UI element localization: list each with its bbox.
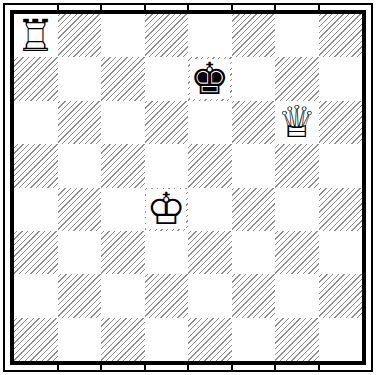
square-h8[interactable] (319, 14, 363, 57)
square-e6[interactable] (188, 101, 232, 144)
square-d7[interactable] (145, 57, 189, 100)
square-b4[interactable] (58, 188, 102, 231)
frame-tick (318, 365, 320, 370)
square-e4[interactable] (188, 188, 232, 231)
frame-tick (231, 365, 233, 370)
square-g3[interactable] (275, 231, 319, 274)
square-c5[interactable] (101, 144, 145, 187)
piece-white-king-d4[interactable]: ♔ (146, 189, 186, 229)
square-b1[interactable] (58, 318, 102, 361)
square-h6[interactable] (319, 101, 363, 144)
square-h5[interactable] (319, 144, 363, 187)
square-a5[interactable] (14, 144, 58, 187)
inner-frame: ♖♚♕♔ (10, 10, 366, 365)
square-a7[interactable] (14, 57, 58, 100)
square-b2[interactable] (58, 274, 102, 317)
square-h7[interactable] (319, 57, 363, 100)
square-a3[interactable] (14, 231, 58, 274)
square-b6[interactable] (58, 101, 102, 144)
square-g1[interactable] (275, 318, 319, 361)
square-a2[interactable] (14, 274, 58, 317)
square-e2[interactable] (188, 274, 232, 317)
square-b7[interactable] (58, 57, 102, 100)
square-c2[interactable] (101, 274, 145, 317)
square-f8[interactable] (232, 14, 276, 57)
square-d2[interactable] (145, 274, 189, 317)
square-f2[interactable] (232, 274, 276, 317)
square-f5[interactable] (232, 144, 276, 187)
square-h4[interactable] (319, 188, 363, 231)
square-d8[interactable] (145, 14, 189, 57)
square-d3[interactable] (145, 231, 189, 274)
square-d1[interactable] (145, 318, 189, 361)
square-a8[interactable]: ♖ (14, 14, 58, 57)
square-b5[interactable] (58, 144, 102, 187)
frame-tick (274, 365, 276, 370)
square-f4[interactable] (232, 188, 276, 231)
square-h1[interactable] (319, 318, 363, 361)
frame-tick (144, 365, 146, 370)
square-c3[interactable] (101, 231, 145, 274)
square-f1[interactable] (232, 318, 276, 361)
square-g6[interactable]: ♕ (275, 101, 319, 144)
square-c8[interactable] (101, 14, 145, 57)
square-c7[interactable] (101, 57, 145, 100)
piece-white-rook-a8[interactable]: ♖ (16, 16, 56, 56)
square-e8[interactable] (188, 14, 232, 57)
square-g5[interactable] (275, 144, 319, 187)
square-e5[interactable] (188, 144, 232, 187)
square-f6[interactable] (232, 101, 276, 144)
square-g4[interactable] (275, 188, 319, 231)
square-c4[interactable] (101, 188, 145, 231)
square-b8[interactable] (58, 14, 102, 57)
square-a1[interactable] (14, 318, 58, 361)
square-h2[interactable] (319, 274, 363, 317)
square-g2[interactable] (275, 274, 319, 317)
square-g8[interactable] (275, 14, 319, 57)
square-d5[interactable] (145, 144, 189, 187)
frame-tick (100, 365, 102, 370)
square-f7[interactable] (232, 57, 276, 100)
piece-black-king-e7[interactable]: ♚ (190, 59, 230, 99)
square-c1[interactable] (101, 318, 145, 361)
chess-board: ♖♚♕♔ (14, 14, 362, 361)
square-b3[interactable] (58, 231, 102, 274)
piece-white-queen-g6[interactable]: ♕ (277, 102, 317, 142)
square-f3[interactable] (232, 231, 276, 274)
square-e3[interactable] (188, 231, 232, 274)
square-a4[interactable] (14, 188, 58, 231)
square-d4[interactable]: ♔ (145, 188, 189, 231)
frame-tick (57, 365, 59, 370)
square-e7[interactable]: ♚ (188, 57, 232, 100)
frame-tick (187, 365, 189, 370)
square-e1[interactable] (188, 318, 232, 361)
square-g7[interactable] (275, 57, 319, 100)
square-a6[interactable] (14, 101, 58, 144)
square-h3[interactable] (319, 231, 363, 274)
square-d6[interactable] (145, 101, 189, 144)
chess-diagram: ♖♚♕♔ (0, 0, 376, 375)
square-c6[interactable] (101, 101, 145, 144)
